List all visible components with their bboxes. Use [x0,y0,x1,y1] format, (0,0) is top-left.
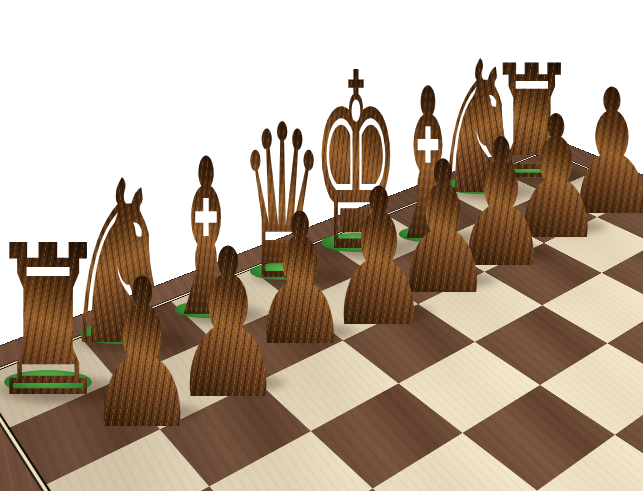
chess-set-photo: ♜♞♟♟♝♚♟♛♟♟♝♟♞♟♜♟ [0,0,643,491]
piece-pawn: ♟ [85,252,200,458]
